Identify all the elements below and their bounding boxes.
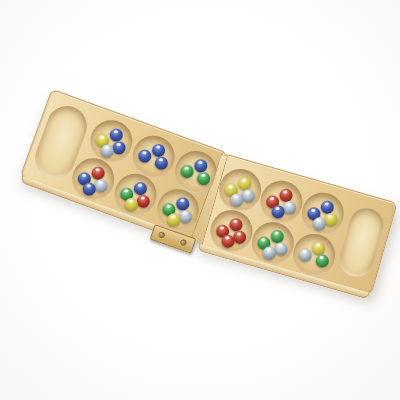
- board-half-left: [20, 89, 229, 242]
- gem-red: [228, 216, 244, 232]
- pit-RB2[interactable]: [247, 217, 299, 269]
- gem-gray: [297, 246, 313, 262]
- gem-yellow: [310, 240, 326, 256]
- gem-blue: [136, 147, 153, 164]
- gem-blue: [174, 195, 191, 212]
- gem-green: [178, 162, 195, 179]
- gem-green: [269, 228, 285, 244]
- gem-blue: [192, 157, 209, 174]
- photo-scene: [0, 0, 400, 400]
- pit-RB1[interactable]: [205, 205, 257, 257]
- gem-blue: [132, 180, 149, 197]
- gem-green: [314, 252, 330, 268]
- gem-blue: [153, 154, 170, 171]
- board-half-right: [196, 153, 397, 295]
- hinge-screw-icon: [158, 231, 166, 239]
- gem-blue: [150, 141, 167, 158]
- pit-RT1[interactable]: [214, 164, 266, 216]
- gem-yellow: [236, 175, 252, 191]
- gem-red: [90, 164, 107, 181]
- hinge-screw-icon: [180, 239, 188, 247]
- pit-RB3[interactable]: [288, 229, 340, 281]
- gem-blue: [319, 199, 335, 215]
- pit-RT3[interactable]: [297, 188, 349, 240]
- gem-blue: [108, 126, 125, 143]
- pit-RT2[interactable]: [256, 176, 308, 228]
- gem-green: [195, 170, 212, 187]
- gem-red: [278, 187, 294, 203]
